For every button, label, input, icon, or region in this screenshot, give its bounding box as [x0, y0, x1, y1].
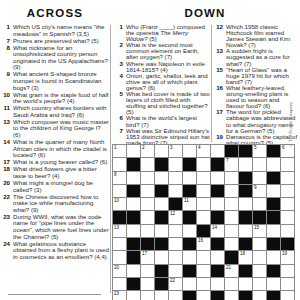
clue-text: During WWII, what was the code name for …: [13, 214, 109, 240]
grid-cell-r8c8-black: [211, 238, 224, 250]
across-clue-9: 9What ancient S-shaped bronze trumpet is…: [0, 71, 109, 91]
grid-cell-r2c7[interactable]: [197, 158, 210, 170]
grid-cell-r8c13-black: [281, 238, 294, 250]
grid-cell-r8c12-black: [267, 238, 280, 250]
grid-cell-r1c2[interactable]: [127, 145, 140, 157]
cell-number-19: 19: [282, 251, 287, 256]
clue-number: 14: [0, 139, 10, 159]
grid-cell-r2c3[interactable]: [141, 158, 154, 170]
grid-cell-r6c13[interactable]: [281, 211, 294, 223]
grid-cell-r3c7[interactable]: [197, 172, 210, 184]
cell-number-7: 7: [226, 158, 229, 163]
grid-cell-r3c5[interactable]: [169, 172, 182, 184]
grid-cell-r2c6-black: [183, 158, 196, 170]
grid-cell-r7c2[interactable]: [127, 225, 140, 237]
grid-cell-r4c6-black: [183, 185, 196, 197]
grid-cell-r9c4[interactable]: [155, 251, 168, 263]
clue-text: What is the quarter of many North Africa…: [13, 139, 109, 159]
grid-cell-r6c10-black: [239, 211, 252, 223]
clue-text: "Heart of Glass" was a huge 1979 hit for…: [226, 67, 298, 85]
grid-cell-r6c2-black: [127, 211, 140, 223]
grid-cell-r12c4[interactable]: [155, 291, 168, 300]
clue-text: What bed cover is made of two layers of …: [126, 91, 210, 115]
grid-cell-r5c2[interactable]: [127, 198, 140, 210]
cell-number-3: 3: [170, 145, 173, 150]
clue-number: 17: [213, 109, 223, 133]
down-clue-13: 13A sudden fright is suggested as a cure…: [213, 48, 298, 66]
grid-cell-r4c13[interactable]: [281, 185, 294, 197]
grid-cell-r6c9[interactable]: [225, 211, 238, 223]
grid-cell-r2c2-black: [127, 158, 140, 170]
grid-cell-r2c5[interactable]: [169, 158, 182, 170]
grid-cell-r10c5[interactable]: [169, 265, 182, 277]
grid-cell-r5c6[interactable]: 11: [183, 198, 196, 210]
grid-cell-r2c9[interactable]: 7: [225, 158, 238, 170]
down-clue-15: 15"Heart of Glass" was a huge 1979 hit f…: [213, 67, 298, 85]
down-clue-12: 12Which 1958 classic Hitchcock film star…: [213, 24, 298, 48]
grid-cell-r7c10[interactable]: [239, 225, 252, 237]
grid-cell-r9c11[interactable]: [253, 251, 266, 263]
grid-cell-r2c12[interactable]: [267, 158, 280, 170]
grid-cell-r9c12[interactable]: [267, 251, 280, 263]
grid-cell-r9c2-black: [127, 251, 140, 263]
grid-cell-r6c8-black: [211, 211, 224, 223]
clue-number: 11: [0, 105, 10, 118]
across-clue-13: 13Which composer was music master to the…: [0, 119, 109, 139]
clue-number: 13: [213, 48, 223, 66]
clue-number: 15: [213, 67, 223, 85]
grid-cell-r2c1[interactable]: [113, 158, 126, 170]
crossword-grid: 123456789101112131415161718192021222324: [112, 144, 295, 300]
grid-cell-r1c5[interactable]: 3: [169, 145, 182, 157]
grid-cell-r5c13[interactable]: [281, 198, 294, 210]
grid-cell-r12c13[interactable]: [281, 291, 294, 300]
grid-cell-r11c5[interactable]: 22: [169, 278, 182, 290]
grid-cell-r10c1[interactable]: 20: [113, 265, 126, 277]
clue-text: The Chinese discovered how to make ice w…: [13, 194, 109, 214]
grid-cell-r9c3[interactable]: 17: [141, 251, 154, 263]
grid-cell-r7c7-black: [197, 225, 210, 237]
grid-cell-r11c3[interactable]: [141, 278, 154, 290]
grid-cell-r7c12[interactable]: [267, 225, 280, 237]
cell-number-9: 9: [254, 185, 257, 190]
clue-number: 10: [0, 92, 10, 105]
grid-cell-r12c3[interactable]: [141, 291, 154, 300]
grid-cell-r6c7[interactable]: [197, 211, 210, 223]
grid-cell-r9c6[interactable]: [183, 251, 196, 263]
grid-cell-r4c12[interactable]: [267, 185, 280, 197]
clue-text: What might a mongrel dog be called? (3): [13, 180, 109, 193]
clue-text: Which composer was music master to the c…: [13, 119, 109, 139]
grid-cell-r8c6-black: [183, 238, 196, 250]
grid-cell-r12c9[interactable]: [225, 291, 238, 300]
clue-text: Which US city's name means "the meadows"…: [13, 24, 109, 37]
grid-cell-r3c1[interactable]: 8: [113, 172, 126, 184]
grid-cell-r12c11[interactable]: [253, 291, 266, 300]
grid-cell-r8c11[interactable]: [253, 238, 266, 250]
grid-cell-r9c5[interactable]: [169, 251, 182, 263]
cell-number-22: 22: [170, 278, 175, 283]
grid-cell-r5c4[interactable]: [155, 198, 168, 210]
grid-cell-r8c4-black: [155, 238, 168, 250]
grid-cell-r4c5[interactable]: [169, 185, 182, 197]
grid-cell-r11c1[interactable]: [113, 278, 126, 290]
grid-cell-r3c12-black: [267, 172, 280, 184]
grid-cell-r12c5[interactable]: [169, 291, 182, 300]
across-clue-1: 1Which US city's name means "the meadows…: [0, 24, 109, 37]
down-clue-list-col1: 1Who (Franz ____) composed the operetta …: [113, 24, 210, 146]
grid-cell-r10c7[interactable]: [197, 265, 210, 277]
clue-number: 6: [113, 115, 123, 127]
clue-text: What is the second most common element o…: [126, 42, 210, 60]
grid-cell-r2c11[interactable]: [253, 158, 266, 170]
grid-cell-r1c9-black: [225, 145, 238, 157]
grid-cell-r6c6-black: [183, 211, 196, 223]
clue-number: 2: [113, 42, 123, 60]
grid-cell-r1c7[interactable]: 4: [197, 145, 210, 157]
cell-number-15: 15: [254, 225, 259, 230]
grid-cell-r8c3-black: [141, 238, 154, 250]
grid-cell-r8c9[interactable]: [225, 238, 238, 250]
grid-cell-r12c1[interactable]: 23: [113, 291, 126, 300]
cell-number-14: 14: [212, 225, 217, 230]
clue-number: 16: [213, 85, 223, 109]
grid-cell-r6c1-black: [113, 211, 126, 223]
grid-cell-r7c3[interactable]: [141, 225, 154, 237]
grid-cell-r11c9[interactable]: [225, 278, 238, 290]
grid-cell-r11c13[interactable]: [281, 278, 294, 290]
grid-cell-r1c8[interactable]: [211, 145, 224, 157]
grid-cell-r1c10-black: [239, 145, 252, 157]
cell-number-1: 1: [114, 145, 117, 150]
across-clue-24: 24What gelatinous substance obtained fro…: [0, 241, 109, 261]
down-clue-4: 4Onion, garlic, shallot, leek and chive …: [113, 73, 210, 91]
clue-text: What gelatinous substance obtained from …: [13, 241, 109, 261]
grid-cell-r9c1[interactable]: [113, 251, 126, 263]
grid-cell-r3c4[interactable]: [155, 172, 168, 184]
grid-cell-r4c7[interactable]: [197, 185, 210, 197]
grid-cell-r10c11[interactable]: [253, 265, 266, 277]
grid-cell-r1c12-black: [267, 145, 280, 157]
down-clue-5: 5What bed cover is made of two layers of…: [113, 91, 210, 115]
clue-text: What grain is the staple food of half th…: [13, 92, 109, 105]
grid-cell-r4c10-black: [239, 185, 252, 197]
clue-number: 8: [0, 45, 10, 71]
clue-number: 9: [0, 71, 10, 91]
grid-cell-r1c1[interactable]: 1: [113, 145, 126, 157]
cell-number-2: 2: [142, 145, 145, 150]
across-clue-14: 14What is the quarter of many North Afri…: [0, 139, 109, 159]
grid-cell-r5c3[interactable]: [141, 198, 154, 210]
grid-cell-r3c6[interactable]: [183, 172, 196, 184]
grid-cell-r10c9[interactable]: 21: [225, 265, 238, 277]
grid-cell-r7c1[interactable]: 13: [113, 225, 126, 237]
grid-cell-r11c12[interactable]: [267, 278, 280, 290]
grid-cell-r11c7[interactable]: [197, 278, 210, 290]
copyright-text: © The Puzzle Company: [288, 96, 293, 148]
down-clue-list-col2: 12Which 1958 classic Hitchcock film star…: [213, 24, 298, 158]
grid-cell-r1c6[interactable]: [183, 145, 196, 157]
grid-cell-r8c5[interactable]: [169, 238, 182, 250]
cell-number-4: 4: [198, 145, 201, 150]
grid-cell-r1c4[interactable]: [155, 145, 168, 157]
grid-cell-r12c6-black: [183, 291, 196, 300]
clue-text: A sudden fright is suggested as a cure f…: [226, 48, 298, 66]
grid-cell-r5c5-black: [169, 198, 182, 210]
cell-number-5: 5: [254, 145, 257, 150]
grid-cell-r7c11[interactable]: 15: [253, 225, 266, 237]
grid-cell-r2c13[interactable]: [281, 158, 294, 170]
clue-number: 13: [0, 119, 10, 139]
grid-cell-r7c13[interactable]: [281, 225, 294, 237]
grid-cell-r10c10-black: [239, 265, 252, 277]
clue-number: 18: [0, 166, 10, 179]
grid-cell-r1c3[interactable]: 2: [141, 145, 154, 157]
grid-cell-r6c3[interactable]: [141, 211, 154, 223]
grid-cell-r6c5[interactable]: 12: [169, 211, 182, 223]
clue-number: 24: [0, 241, 10, 261]
grid-cell-r11c11[interactable]: [253, 278, 266, 290]
down-clue-2: 2What is the second most common element …: [113, 42, 210, 60]
across-clue-22: 22The Chinese discovered how to make ice…: [0, 194, 109, 214]
grid-cell-r2c8-black: [211, 158, 224, 170]
grid-cell-r2c10[interactable]: [239, 158, 252, 170]
grid-cell-r1c11[interactable]: 5: [253, 145, 266, 157]
clue-text: Which country shares borders with Saudi …: [13, 105, 109, 118]
grid-cell-r10c8-black: [211, 265, 224, 277]
grid-cell-r4c11[interactable]: 9: [253, 185, 266, 197]
cell-number-13: 13: [114, 225, 119, 230]
down-clue-16: 16What feathery-leaved, strong-smelling …: [213, 85, 298, 109]
across-clue-23: 23During WWII, what was the code name fo…: [0, 214, 109, 240]
clue-number: 23: [0, 214, 10, 240]
grid-cell-r6c12-black: [267, 211, 280, 223]
grid-cell-r9c8[interactable]: [211, 251, 224, 263]
grid-cell-r3c2[interactable]: [127, 172, 140, 184]
clue-text: What ancient S-shaped bronze trumpet is …: [13, 71, 109, 91]
grid-cell-r11c10[interactable]: [239, 278, 252, 290]
grid-cell-r9c10[interactable]: 18: [239, 251, 252, 263]
grid-cell-r12c7[interactable]: [197, 291, 210, 300]
down-clue-1: 1Who (Franz ____) composed the operetta …: [113, 24, 210, 42]
cell-number-10: 10: [114, 198, 119, 203]
clue-number: 4: [113, 73, 123, 91]
grid-cell-r11c2-black: [127, 278, 140, 290]
cell-number-12: 12: [170, 211, 175, 216]
clue-number: 22: [0, 194, 10, 214]
down-header: DOWN: [112, 7, 298, 19]
cell-number-6: 6: [282, 145, 285, 150]
cell-number-16: 16: [198, 238, 203, 243]
grid-cell-r10c2[interactable]: [127, 265, 140, 277]
grid-cell-r5c12-black: [267, 198, 280, 210]
clue-text: What dried flowers give a bitter taste t…: [13, 166, 109, 179]
grid-cell-r4c1[interactable]: [113, 185, 126, 197]
grid-cell-r3c13[interactable]: [281, 172, 294, 184]
grid-cell-r3c10-black: [239, 172, 252, 184]
cell-number-23: 23: [114, 291, 119, 296]
grid-cell-r11c4-black: [155, 278, 168, 290]
grid-cell-r9c9-black: [225, 251, 238, 263]
grid-cell-r10c12-black: [267, 265, 280, 277]
cell-number-11: 11: [184, 198, 189, 203]
grid-cell-r12c8-black: [211, 291, 224, 300]
cell-number-18: 18: [240, 251, 245, 256]
grid-cell-r12c12-black: [267, 291, 280, 300]
clue-text: Which 1958 classic Hitchcock film starre…: [226, 24, 298, 48]
across-clue-20: 20What might a mongrel dog be called? (3…: [0, 180, 109, 193]
grid-cell-r8c10-black: [239, 238, 252, 250]
grid-cell-r4c4-black: [155, 185, 168, 197]
grid-cell-r12c2[interactable]: [127, 291, 140, 300]
clue-number: 5: [113, 91, 123, 115]
grid-cell-r7c9[interactable]: [225, 225, 238, 237]
across-clue-10: 10What grain is the staple food of half …: [0, 92, 109, 105]
grid-cell-r5c10[interactable]: [239, 198, 252, 210]
grid-cell-r4c3[interactable]: [141, 185, 154, 197]
grid-cell-r9c13[interactable]: 19: [281, 251, 294, 263]
grid-cell-r11c8[interactable]: [211, 278, 224, 290]
clue-text: Who (Franz ____) composed the operetta T…: [126, 24, 210, 42]
across-clue-11: 11Which country shares borders with Saud…: [0, 105, 109, 118]
cell-number-21: 21: [226, 265, 231, 270]
grid-cell-r4c9[interactable]: [225, 185, 238, 197]
grid-cell-r6c4-black: [155, 211, 168, 223]
grid-cell-r2c4-black: [155, 158, 168, 170]
grid-cell-r5c8[interactable]: [211, 198, 224, 210]
clue-number: 20: [0, 180, 10, 193]
across-list-end-rule: [8, 294, 101, 295]
grid-cell-r10c6-black: [183, 265, 196, 277]
column-divider: [110, 25, 111, 293]
grid-cell-r10c13[interactable]: [281, 265, 294, 277]
grid-cell-r7c8[interactable]: 14: [211, 225, 224, 237]
grid-cell-r8c7[interactable]: 16: [197, 238, 210, 250]
grid-cell-r5c9[interactable]: [225, 198, 238, 210]
grid-cell-r8c2-black: [127, 238, 140, 250]
grid-cell-r10c4-black: [155, 265, 168, 277]
grid-cell-r5c1[interactable]: 10: [113, 198, 126, 210]
clue-number: 1: [0, 24, 10, 37]
clue-number: 1: [113, 24, 123, 42]
grid-cell-r7c6[interactable]: [183, 225, 196, 237]
cell-number-20: 20: [114, 265, 119, 270]
grid-cell-r5c11[interactable]: [253, 198, 266, 210]
grid-cell-r7c4[interactable]: [155, 225, 168, 237]
clue-number: 12: [213, 24, 223, 48]
grid-cell-r8c1[interactable]: [113, 238, 126, 250]
cell-number-8: 8: [114, 172, 117, 177]
grid-cell-r5c7[interactable]: [197, 198, 210, 210]
grid-cell-r3c8[interactable]: [211, 172, 224, 184]
across-header: ACROSS: [0, 7, 110, 19]
cell-number-17: 17: [142, 251, 147, 256]
across-clue-8: 8What nickname for an unsophisticated co…: [0, 45, 109, 71]
clue-text: Onion, garlic, shallot, leek and chive a…: [126, 73, 210, 91]
grid-cell-r9c7[interactable]: [197, 251, 210, 263]
grid-cell-r12c10-black: [239, 291, 252, 300]
clue-number: 3: [113, 61, 123, 73]
grid-cell-r3c9[interactable]: [225, 172, 238, 184]
clue-text: What nickname for an unsophisticated cou…: [13, 45, 109, 71]
across-clue-18: 18What dried flowers give a bitter taste…: [0, 166, 109, 179]
grid-cell-r4c8-black: [211, 185, 224, 197]
down-clue-17: 17The word for pickled cabbage was abbre…: [213, 109, 298, 133]
grid-cell-r7c5[interactable]: [169, 225, 182, 237]
grid-cell-r4c2-black: [127, 185, 140, 197]
grid-cell-r11c6[interactable]: [183, 278, 196, 290]
column-divider: [211, 25, 212, 142]
grid-cell-r3c11[interactable]: [253, 172, 266, 184]
grid-cell-r3c3[interactable]: [141, 172, 154, 184]
grid-cell-r10c3[interactable]: [141, 265, 154, 277]
across-clue-list: 1Which US city's name means "the meadows…: [0, 24, 109, 261]
grid-cell-r6c11-black: [253, 211, 266, 223]
